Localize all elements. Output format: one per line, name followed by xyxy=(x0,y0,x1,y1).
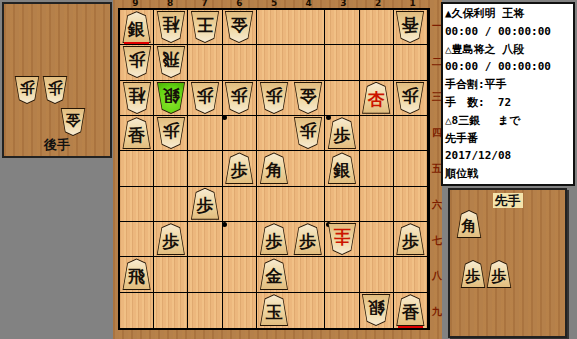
sente-piece-歩[interactable]: 歩 xyxy=(259,223,289,255)
piece-kanji: 金 xyxy=(299,87,316,108)
square-5八[interactable]: 金 xyxy=(257,257,291,292)
square-1二[interactable] xyxy=(394,45,428,80)
gote-piece-歩[interactable]: 歩 xyxy=(14,76,40,104)
square-2一[interactable] xyxy=(360,10,394,45)
sente-piece-金[interactable]: 金 xyxy=(259,258,289,290)
piece-kanji: 飛 xyxy=(162,52,179,73)
square-7八[interactable] xyxy=(188,257,222,292)
piece-kanji: 歩 xyxy=(20,81,35,100)
square-1五[interactable] xyxy=(394,151,428,186)
square-9二[interactable]: 歩 xyxy=(120,45,154,80)
square-2六[interactable] xyxy=(360,187,394,222)
square-1三[interactable]: 歩 xyxy=(394,81,428,116)
gote-piece-歩[interactable]: 歩 xyxy=(259,82,289,114)
square-8六[interactable] xyxy=(154,187,188,222)
square-1一[interactable]: 香 xyxy=(394,10,428,45)
info-line-2: 00:00 / 00:00:00 xyxy=(445,23,571,41)
square-6八[interactable] xyxy=(223,257,257,292)
gote-piece-桂[interactable]: 桂 xyxy=(122,82,152,114)
piece-kanji: 歩 xyxy=(333,123,350,144)
gote-piece-歩[interactable]: 歩 xyxy=(156,117,186,149)
square-8二[interactable]: 飛 xyxy=(154,45,188,80)
rank-label: 八 xyxy=(432,258,442,294)
piece-kanji: 歩 xyxy=(265,229,282,250)
rank-label: 六 xyxy=(432,187,442,223)
sente-tray-label: 先手 xyxy=(450,192,565,210)
piece-kanji: 歩 xyxy=(402,87,419,108)
piece-kanji: 玉 xyxy=(265,300,282,321)
piece-kanji: 金 xyxy=(265,264,282,285)
square-8一[interactable]: 桂 xyxy=(154,10,188,45)
piece-kanji: 歩 xyxy=(299,229,316,250)
piece-kanji: 杏 xyxy=(368,87,385,108)
piece-kanji: 歩 xyxy=(402,229,419,250)
info-line-10: 順位戦 xyxy=(445,165,571,183)
info-line-6: 手 数: 72 xyxy=(445,94,571,112)
square-4五[interactable] xyxy=(291,151,325,186)
square-4九[interactable] xyxy=(291,293,325,328)
square-3一[interactable] xyxy=(325,10,359,45)
piece-kanji: 銀 xyxy=(162,87,179,108)
square-9六[interactable] xyxy=(120,187,154,222)
square-9一[interactable]: 銀 xyxy=(120,10,154,45)
piece-kanji: 銀 xyxy=(368,300,385,321)
square-2三[interactable]: 杏 xyxy=(360,81,394,116)
piece-kanji: 歩 xyxy=(231,87,248,108)
square-4六[interactable] xyxy=(291,187,325,222)
sente-piece-角[interactable]: 角 xyxy=(259,152,289,184)
info-line-7: △8三銀 まで xyxy=(445,112,571,130)
sente-piece-香[interactable]: 香 xyxy=(122,117,152,149)
piece-kanji: 歩 xyxy=(197,87,214,108)
info-line-9: 2017/12/08 xyxy=(445,147,571,165)
info-line-4: 00:00 / 00:00:00 xyxy=(445,58,571,76)
sente-hand-tray: 先手 角歩歩 xyxy=(448,188,567,338)
gote-piece-圭-promoted[interactable]: 圭 xyxy=(327,223,357,255)
file-labels: 987654321 xyxy=(118,0,430,8)
square-9三[interactable]: 桂 xyxy=(120,81,154,116)
info-line-1: ▲久保利明 王将 xyxy=(445,5,571,23)
sente-piece-歩[interactable]: 歩 xyxy=(190,188,220,220)
square-6九[interactable] xyxy=(223,293,257,328)
square-9八[interactable]: 飛 xyxy=(120,257,154,292)
piece-kanji: 桂 xyxy=(128,87,145,108)
sente-piece-玉[interactable]: 玉 xyxy=(259,294,289,326)
sente-piece-歩[interactable]: 歩 xyxy=(224,152,254,184)
gote-piece-歩[interactable]: 歩 xyxy=(122,46,152,78)
info-line-5: 手合割:平手 xyxy=(445,76,571,94)
square-3九[interactable] xyxy=(325,293,359,328)
board-background: 987654321 銀桂王金香歩飛桂銀歩歩歩金杏歩香歩歩歩歩角銀歩歩歩歩圭歩飛金… xyxy=(113,0,442,339)
gote-piece-金[interactable]: 金 xyxy=(293,82,323,114)
sente-piece-飛[interactable]: 飛 xyxy=(122,258,152,290)
piece-kanji: 歩 xyxy=(231,158,248,179)
square-7七[interactable] xyxy=(188,222,222,257)
piece-kanji: 銀 xyxy=(333,158,350,179)
piece-kanji: 歩 xyxy=(466,265,481,284)
square-1八[interactable] xyxy=(394,257,428,292)
square-6二[interactable] xyxy=(223,45,257,80)
square-5九[interactable]: 玉 xyxy=(257,293,291,328)
square-2七[interactable] xyxy=(360,222,394,257)
piece-kanji: 香 xyxy=(128,123,145,144)
square-7九[interactable] xyxy=(188,293,222,328)
piece-kanji: 圭 xyxy=(333,229,350,250)
gote-hand-tray: 後手 歩歩金 xyxy=(2,2,112,158)
rank-label: 九 xyxy=(432,294,442,330)
file-label: 2 xyxy=(361,0,396,8)
gote-piece-香[interactable]: 香 xyxy=(395,11,425,43)
gote-piece-飛[interactable]: 飛 xyxy=(156,46,186,78)
piece-kanji: 角 xyxy=(265,158,282,179)
file-label: 9 xyxy=(118,0,153,8)
square-5五[interactable]: 角 xyxy=(257,151,291,186)
piece-kanji: 歩 xyxy=(299,123,316,144)
sente-piece-歩[interactable]: 歩 xyxy=(395,223,425,255)
piece-kanji: 歩 xyxy=(492,265,507,284)
square-6四[interactable] xyxy=(223,116,257,151)
square-9五[interactable] xyxy=(120,151,154,186)
sente-piece-杏-promoted[interactable]: 杏 xyxy=(361,82,391,114)
square-3八[interactable] xyxy=(325,257,359,292)
piece-kanji: 香 xyxy=(402,300,419,321)
square-9四[interactable]: 香 xyxy=(120,116,154,151)
square-3三[interactable] xyxy=(325,81,359,116)
gote-piece-歩[interactable]: 歩 xyxy=(42,76,68,104)
square-1七[interactable]: 歩 xyxy=(394,222,428,257)
last-move-underline xyxy=(124,42,149,44)
file-label: 6 xyxy=(222,0,257,8)
sente-piece-香[interactable]: 香 xyxy=(395,294,425,326)
square-4二[interactable] xyxy=(291,45,325,80)
shogi-board[interactable]: 銀桂王金香歩飛桂銀歩歩歩金杏歩香歩歩歩歩角銀歩歩歩歩圭歩飛金玉銀香 xyxy=(118,8,430,330)
sente-piece-歩[interactable]: 歩 xyxy=(156,223,186,255)
square-8三[interactable]: 銀 xyxy=(154,81,188,116)
square-5四[interactable] xyxy=(257,116,291,151)
piece-kanji: 歩 xyxy=(128,52,145,73)
square-2二[interactable] xyxy=(360,45,394,80)
square-9七[interactable] xyxy=(120,222,154,257)
square-6七[interactable] xyxy=(223,222,257,257)
square-6六[interactable] xyxy=(223,187,257,222)
square-7二[interactable] xyxy=(188,45,222,80)
info-line-8: 先手番 xyxy=(445,130,571,148)
square-9九[interactable] xyxy=(120,293,154,328)
square-2四[interactable] xyxy=(360,116,394,151)
gote-tray-label: 後手 xyxy=(4,136,110,154)
square-3六[interactable] xyxy=(325,187,359,222)
square-6五[interactable]: 歩 xyxy=(223,151,257,186)
square-2八[interactable] xyxy=(360,257,394,292)
piece-kanji: 金 xyxy=(231,17,248,38)
last-move-underline xyxy=(398,326,423,328)
gote-piece-金[interactable]: 金 xyxy=(60,108,86,136)
square-7一[interactable]: 王 xyxy=(188,10,222,45)
gote-piece-銀[interactable]: 銀 xyxy=(156,82,186,114)
square-5六[interactable] xyxy=(257,187,291,222)
square-4七[interactable]: 歩 xyxy=(291,222,325,257)
square-5七[interactable]: 歩 xyxy=(257,222,291,257)
sente-piece-歩[interactable]: 歩 xyxy=(293,223,323,255)
square-5二[interactable] xyxy=(257,45,291,80)
square-1四[interactable] xyxy=(394,116,428,151)
square-3四[interactable]: 歩 xyxy=(325,116,359,151)
gote-piece-歩[interactable]: 歩 xyxy=(293,117,323,149)
square-5一[interactable] xyxy=(257,10,291,45)
square-6一[interactable]: 金 xyxy=(223,10,257,45)
file-label: 7 xyxy=(187,0,222,8)
piece-kanji: 金 xyxy=(66,113,81,132)
piece-kanji: 桂 xyxy=(162,17,179,38)
gote-piece-桂[interactable]: 桂 xyxy=(156,11,186,43)
piece-kanji: 角 xyxy=(462,215,477,234)
file-label: 4 xyxy=(291,0,326,8)
square-4三[interactable]: 金 xyxy=(291,81,325,116)
square-3二[interactable] xyxy=(325,45,359,80)
square-2九[interactable]: 銀 xyxy=(360,293,394,328)
square-4八[interactable] xyxy=(291,257,325,292)
file-label: 8 xyxy=(153,0,188,8)
sente-piece-角[interactable]: 角 xyxy=(456,210,482,238)
square-6三[interactable]: 歩 xyxy=(223,81,257,116)
piece-kanji: 歩 xyxy=(162,229,179,250)
square-7四[interactable] xyxy=(188,116,222,151)
piece-kanji: 歩 xyxy=(197,193,214,214)
gote-piece-歩[interactable]: 歩 xyxy=(190,82,220,114)
square-1六[interactable] xyxy=(394,187,428,222)
gote-piece-歩[interactable]: 歩 xyxy=(395,82,425,114)
info-panel: ▲久保利明 王将00:00 / 00:00:00△豊島将之 八段00:00 / … xyxy=(441,2,575,186)
gote-piece-金[interactable]: 金 xyxy=(224,11,254,43)
square-7六[interactable]: 歩 xyxy=(188,187,222,222)
gote-piece-歩[interactable]: 歩 xyxy=(224,82,254,114)
square-2五[interactable] xyxy=(360,151,394,186)
square-8八[interactable] xyxy=(154,257,188,292)
file-label: 1 xyxy=(395,0,430,8)
square-7五[interactable] xyxy=(188,151,222,186)
piece-kanji: 歩 xyxy=(162,123,179,144)
piece-kanji: 香 xyxy=(402,17,419,38)
square-7三[interactable]: 歩 xyxy=(188,81,222,116)
square-8七[interactable]: 歩 xyxy=(154,222,188,257)
gote-piece-王[interactable]: 王 xyxy=(190,11,220,43)
piece-kanji: 歩 xyxy=(265,87,282,108)
piece-kanji: 飛 xyxy=(128,264,145,285)
square-1九[interactable]: 香 xyxy=(394,293,428,328)
sente-piece-銀[interactable]: 銀 xyxy=(122,11,152,43)
square-3五[interactable]: 銀 xyxy=(325,151,359,186)
piece-kanji: 王 xyxy=(197,17,214,38)
sente-piece-歩[interactable]: 歩 xyxy=(460,260,486,288)
sente-piece-銀[interactable]: 銀 xyxy=(327,152,357,184)
square-8五[interactable] xyxy=(154,151,188,186)
sente-piece-歩[interactable]: 歩 xyxy=(486,260,512,288)
square-3七[interactable]: 圭 xyxy=(325,222,359,257)
piece-kanji: 銀 xyxy=(128,17,145,38)
file-label: 3 xyxy=(326,0,361,8)
square-5三[interactable]: 歩 xyxy=(257,81,291,116)
file-label: 5 xyxy=(257,0,292,8)
sente-piece-歩[interactable]: 歩 xyxy=(327,117,357,149)
square-4四[interactable]: 歩 xyxy=(291,116,325,151)
info-line-3: △豊島将之 八段 xyxy=(445,41,571,59)
gote-piece-銀[interactable]: 銀 xyxy=(361,294,391,326)
square-8四[interactable]: 歩 xyxy=(154,116,188,151)
square-8九[interactable] xyxy=(154,293,188,328)
piece-kanji: 歩 xyxy=(48,81,63,100)
square-4一[interactable] xyxy=(291,10,325,45)
rank-label: 七 xyxy=(432,223,442,259)
